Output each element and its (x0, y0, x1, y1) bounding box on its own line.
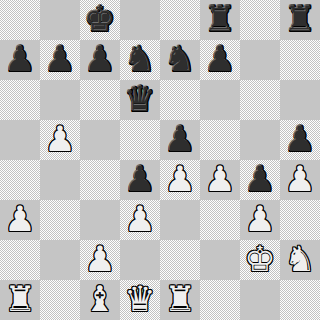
piece-black-pawn[interactable]: ♟ (44, 42, 75, 77)
square-h1[interactable] (280, 280, 320, 320)
square-h4[interactable]: ♟ (280, 160, 320, 200)
square-c2[interactable]: ♟ (80, 240, 120, 280)
piece-white-pawn[interactable]: ♟ (124, 202, 155, 237)
piece-black-pawn[interactable]: ♟ (244, 162, 275, 197)
piece-black-pawn[interactable]: ♟ (284, 122, 315, 157)
square-g8[interactable] (240, 0, 280, 40)
piece-white-queen[interactable]: ♛ (124, 282, 155, 317)
square-e1[interactable]: ♜ (160, 280, 200, 320)
square-d1[interactable]: ♛ (120, 280, 160, 320)
square-b3[interactable] (40, 200, 80, 240)
square-c7[interactable]: ♟ (80, 40, 120, 80)
square-h5[interactable]: ♟ (280, 120, 320, 160)
square-d8[interactable] (120, 0, 160, 40)
square-b2[interactable] (40, 240, 80, 280)
square-f1[interactable] (200, 280, 240, 320)
piece-black-pawn[interactable]: ♟ (4, 42, 35, 77)
piece-black-pawn[interactable]: ♟ (84, 42, 115, 77)
square-h2[interactable]: ♞ (280, 240, 320, 280)
square-f8[interactable]: ♜ (200, 0, 240, 40)
piece-black-knight[interactable]: ♞ (164, 42, 195, 77)
square-c5[interactable] (80, 120, 120, 160)
square-h3[interactable] (280, 200, 320, 240)
piece-black-pawn[interactable]: ♟ (164, 122, 195, 157)
chess-app-screen: ♚♜♜♟♟♟♞♞♟♛♟♟♟♟♟♟♟♟♟♟♟♟♚♞♜♝♛♜ (0, 0, 320, 320)
square-d5[interactable] (120, 120, 160, 160)
square-a7[interactable]: ♟ (0, 40, 40, 80)
square-b1[interactable] (40, 280, 80, 320)
square-e4[interactable]: ♟ (160, 160, 200, 200)
piece-black-rook[interactable]: ♜ (204, 2, 235, 37)
piece-black-queen[interactable]: ♛ (124, 82, 155, 117)
square-c6[interactable] (80, 80, 120, 120)
piece-white-pawn[interactable]: ♟ (164, 162, 195, 197)
square-d6[interactable]: ♛ (120, 80, 160, 120)
square-e2[interactable] (160, 240, 200, 280)
square-c4[interactable] (80, 160, 120, 200)
square-b7[interactable]: ♟ (40, 40, 80, 80)
square-d2[interactable] (120, 240, 160, 280)
square-e3[interactable] (160, 200, 200, 240)
square-a3[interactable]: ♟ (0, 200, 40, 240)
square-g2[interactable]: ♚ (240, 240, 280, 280)
square-b8[interactable] (40, 0, 80, 40)
piece-white-pawn[interactable]: ♟ (44, 122, 75, 157)
square-e7[interactable]: ♞ (160, 40, 200, 80)
square-e6[interactable] (160, 80, 200, 120)
square-d3[interactable]: ♟ (120, 200, 160, 240)
square-g3[interactable]: ♟ (240, 200, 280, 240)
square-f4[interactable]: ♟ (200, 160, 240, 200)
square-c1[interactable]: ♝ (80, 280, 120, 320)
square-f6[interactable] (200, 80, 240, 120)
square-a8[interactable] (0, 0, 40, 40)
square-d7[interactable]: ♞ (120, 40, 160, 80)
piece-black-king[interactable]: ♚ (84, 2, 115, 37)
piece-black-pawn[interactable]: ♟ (204, 42, 235, 77)
square-a4[interactable] (0, 160, 40, 200)
piece-white-rook[interactable]: ♜ (4, 282, 35, 317)
square-h6[interactable] (280, 80, 320, 120)
square-g5[interactable] (240, 120, 280, 160)
square-d4[interactable]: ♟ (120, 160, 160, 200)
square-g6[interactable] (240, 80, 280, 120)
square-b6[interactable] (40, 80, 80, 120)
square-e8[interactable] (160, 0, 200, 40)
square-f5[interactable] (200, 120, 240, 160)
piece-black-pawn[interactable]: ♟ (124, 162, 155, 197)
square-g7[interactable] (240, 40, 280, 80)
piece-white-king[interactable]: ♚ (244, 242, 275, 277)
piece-black-rook[interactable]: ♜ (284, 2, 315, 37)
square-f2[interactable] (200, 240, 240, 280)
square-a1[interactable]: ♜ (0, 280, 40, 320)
piece-white-bishop[interactable]: ♝ (84, 282, 115, 317)
piece-white-knight[interactable]: ♞ (284, 242, 315, 277)
piece-white-pawn[interactable]: ♟ (244, 202, 275, 237)
square-a2[interactable] (0, 240, 40, 280)
square-g1[interactable] (240, 280, 280, 320)
square-c8[interactable]: ♚ (80, 0, 120, 40)
piece-black-knight[interactable]: ♞ (124, 42, 155, 77)
piece-white-pawn[interactable]: ♟ (204, 162, 235, 197)
square-a5[interactable] (0, 120, 40, 160)
piece-white-pawn[interactable]: ♟ (284, 162, 315, 197)
chess-board: ♚♜♜♟♟♟♞♞♟♛♟♟♟♟♟♟♟♟♟♟♟♟♚♞♜♝♛♜ (0, 0, 320, 320)
square-f7[interactable]: ♟ (200, 40, 240, 80)
piece-white-rook[interactable]: ♜ (164, 282, 195, 317)
square-a6[interactable] (0, 80, 40, 120)
square-e5[interactable]: ♟ (160, 120, 200, 160)
piece-white-pawn[interactable]: ♟ (4, 202, 35, 237)
square-h8[interactable]: ♜ (280, 0, 320, 40)
square-f3[interactable] (200, 200, 240, 240)
square-b4[interactable] (40, 160, 80, 200)
square-b5[interactable]: ♟ (40, 120, 80, 160)
square-c3[interactable] (80, 200, 120, 240)
square-g4[interactable]: ♟ (240, 160, 280, 200)
square-h7[interactable] (280, 40, 320, 80)
piece-white-pawn[interactable]: ♟ (84, 242, 115, 277)
